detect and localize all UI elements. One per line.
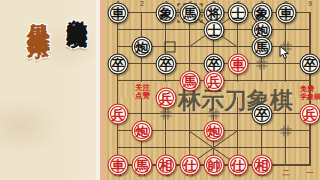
piece-red-f6r3[interactable]: 車 <box>228 53 249 74</box>
piece-black-f3r3[interactable]: 卒 <box>156 53 177 74</box>
piece-red-f1r6[interactable]: 兵 <box>108 104 129 125</box>
piece-red-f9r6[interactable]: 兵 <box>300 104 320 125</box>
piece-red-f4r9[interactable]: 仕 <box>180 155 201 176</box>
file-number-bottom: 一 <box>307 168 314 178</box>
piece-black-f1r0[interactable]: 車 <box>108 3 129 24</box>
piece-black-f1r3[interactable]: 卒 <box>108 53 129 74</box>
piece-black-f4r0[interactable]: 馬 <box>180 3 201 24</box>
piece-red-f6r9[interactable]: 仕 <box>228 155 249 176</box>
promo-learn-free: 免费 学象棋 <box>300 85 320 101</box>
last-move-origin-marker <box>165 41 176 52</box>
piece-red-f5r4[interactable]: 兵 <box>204 70 225 91</box>
piece-red-f7r9[interactable]: 相 <box>252 155 273 176</box>
piece-black-f7r2[interactable]: 馬 <box>252 36 273 57</box>
piece-black-f2r2[interactable]: 炮 <box>132 36 153 57</box>
point-marker-icon <box>281 126 292 137</box>
point-marker-icon <box>161 109 172 120</box>
piece-black-f7r6[interactable]: 卒 <box>252 104 273 125</box>
piece-red-f2r7[interactable]: 炮 <box>132 121 153 142</box>
file-number-top: 9 <box>308 0 312 7</box>
caption-title-black: 急进中兵激烈对攻 <box>63 3 91 11</box>
mouse-cursor-icon <box>279 45 290 60</box>
piece-red-f3r9[interactable]: 相 <box>156 155 177 176</box>
piece-black-f9r3[interactable]: 卒 <box>300 53 320 74</box>
piece-black-f5r1[interactable]: 士 <box>204 19 225 40</box>
point-marker-icon <box>257 58 268 69</box>
piece-red-f3r5[interactable]: 兵 <box>156 87 177 108</box>
piece-red-f5r7[interactable]: 炮 <box>204 121 225 142</box>
xiangqi-board[interactable]: 123456789 九八七六五四三二一 林示刀象棋 关注 点赞 免费 学象棋 車… <box>104 0 320 180</box>
piece-red-f4r4[interactable]: 馬 <box>180 70 201 91</box>
xiangqi-video-frame: 外星人拼命搏杀 急进中兵激烈对攻 123456789 九八七六五四三二一 林示刀… <box>0 0 320 180</box>
caption-title-red: 外星人拼命搏杀 <box>24 5 55 19</box>
promo-follow-like: 关注 点赞 <box>135 84 150 100</box>
piece-black-f3r0[interactable]: 象 <box>156 3 177 24</box>
piece-black-f6r0[interactable]: 士 <box>228 3 249 24</box>
caption-panel: 外星人拼命搏杀 急进中兵激烈对攻 <box>0 0 100 180</box>
file-number-top: 2 <box>140 0 144 7</box>
piece-black-f8r0[interactable]: 車 <box>276 3 297 24</box>
piece-red-f5r9[interactable]: 帥 <box>204 155 225 176</box>
piece-red-f1r9[interactable]: 車 <box>108 155 129 176</box>
piece-red-f2r9[interactable]: 馬 <box>132 155 153 176</box>
file-number-bottom: 二 <box>283 168 290 178</box>
